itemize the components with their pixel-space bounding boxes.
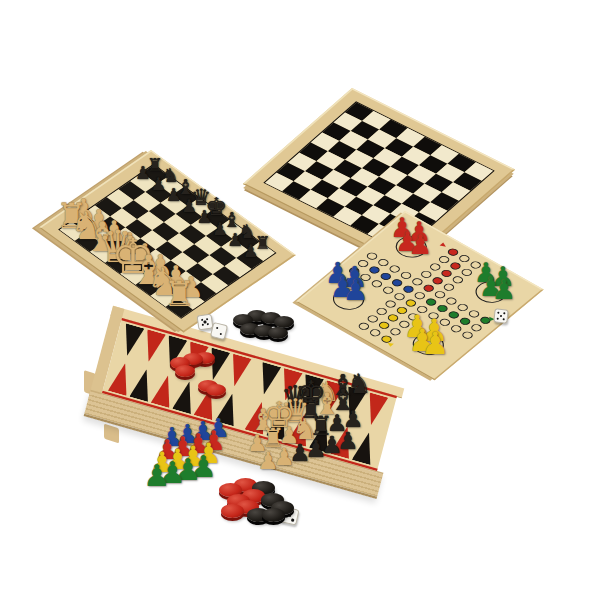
chess-piece-white-n: ♞ — [147, 263, 181, 301]
chess-piece-black-q: ♛ — [191, 186, 211, 208]
ludo-pawn-blue: ♟ — [330, 273, 356, 302]
die-pip — [499, 315, 501, 317]
loose-ludo-pawn-red: ♟ — [186, 430, 210, 457]
ludo-pawn-green: ♟ — [492, 276, 516, 303]
loose-chess-piece-black-rook: ♜ — [300, 397, 323, 422]
loose-chess-piece-natural-pawn: ♟ — [273, 446, 294, 470]
loose-ludo-pawn-green: ♟ — [144, 461, 171, 491]
loose-ludo-pawn-green: ♟ — [175, 455, 202, 485]
loose-chess-piece-black-bishop: ♝ — [330, 386, 356, 415]
ludo-pawn-green: ♟ — [474, 259, 498, 286]
die-pip — [289, 515, 292, 518]
loose-chess-piece-natural-knight: ♞ — [292, 415, 318, 444]
chess-piece-black-p: ♟ — [166, 187, 182, 205]
die-pip — [220, 333, 223, 336]
ludo-pawn-yellow: ♟ — [421, 328, 449, 359]
chess-piece-white-b: ♝ — [84, 217, 120, 257]
ludo-pawn-yellow: ♟ — [408, 325, 436, 356]
chess-piece-white-b: ♝ — [130, 250, 166, 290]
chess-piece-black-p: ♟ — [212, 221, 228, 239]
loose-chess-piece-black-rook: ♜ — [309, 413, 333, 439]
die-pip — [216, 326, 219, 329]
loose-ludo-pawn-blue: ♟ — [176, 421, 199, 447]
chess-piece-black-n: ♞ — [239, 222, 256, 241]
loose-chess-piece-natural-queen: ♛ — [280, 395, 309, 428]
loose-ludo-pawn-red: ♟ — [155, 436, 179, 463]
ludo-pawn-red: ♟ — [395, 228, 419, 255]
loose-chess-piece-natural-bishop: ♝ — [314, 390, 340, 419]
ludo-pawn-blue: ♟ — [343, 276, 369, 305]
chess-piece-white-p: ♟ — [117, 230, 143, 258]
chess-piece-white-p: ♟ — [101, 219, 127, 248]
loose-chess-piece-black-pawn: ♟ — [343, 408, 364, 431]
loose-chess-piece-black-knight: ♞ — [347, 370, 371, 397]
chess-piece-black-n: ♞ — [162, 166, 179, 185]
die-pip — [497, 312, 499, 314]
loose-chess-piece-black-pawn: ♟ — [327, 412, 348, 435]
chess-piece-white-k: ♚ — [111, 232, 155, 281]
red-checker — [175, 365, 195, 377]
pieces-layer: ♜♞♝♛♚♝♞♜♟♟♟♟♟♟♟♟♟♟♟♟♟♟♟♟♜♞♝♛♚♝♞♜♟♟♟♟♟♟♟♟… — [0, 0, 600, 600]
die-pip — [496, 317, 498, 319]
red-checker — [206, 384, 226, 396]
product-photo-scene: ♜♞♝♛♚♝♞♜♟♟♟♟♟♟♟♟♟♟♟♟♟♟♟♟♜♞♝♛♚♝♞♜♟♟♟♟♟♟♟♟… — [0, 0, 600, 600]
loose-ludo-pawn-blue: ♟ — [160, 424, 183, 450]
black-checker — [262, 508, 285, 522]
loose-ludo-pawn-green: ♟ — [190, 452, 217, 482]
loose-ludo-pawn-yellow: ♟ — [180, 443, 205, 471]
loose-chess-piece-black-pawn: ♟ — [305, 438, 326, 462]
chess-piece-black-p: ♟ — [227, 232, 243, 250]
loose-chess-piece-natural-pawn: ♟ — [257, 450, 278, 474]
die — [210, 322, 228, 340]
chess-piece-black-p: ♟ — [181, 198, 197, 216]
loose-ludo-pawn-yellow: ♟ — [165, 446, 190, 474]
ludo-pawn-green: ♟ — [479, 273, 503, 300]
ludo-pawn-yellow: ♟ — [403, 311, 431, 342]
chess-piece-white-p: ♟ — [163, 263, 189, 292]
loose-chess-piece-black-bishop: ♝ — [330, 372, 356, 401]
ludo-pawn-red: ♟ — [390, 214, 414, 241]
chess-piece-white-p: ♟ — [86, 208, 112, 237]
loose-chess-piece-natural-rook: ♜ — [261, 425, 285, 451]
ludo-pawn-blue: ♟ — [342, 263, 368, 292]
die-pip — [201, 324, 203, 326]
loose-chess-piece-natural-pawn: ♟ — [279, 424, 300, 447]
die-pip — [207, 323, 209, 325]
chess-piece-black-r: ♜ — [255, 235, 271, 253]
loose-ludo-pawn-yellow: ♟ — [196, 440, 221, 468]
chess-piece-white-r: ♜ — [56, 199, 87, 234]
chess-piece-black-p: ♟ — [197, 209, 213, 227]
chess-piece-black-p: ♟ — [150, 176, 166, 194]
chess-piece-black-p: ♟ — [243, 243, 259, 261]
red-checker — [221, 504, 244, 518]
chess-piece-black-b: ♝ — [177, 176, 195, 196]
loose-ludo-pawn-blue: ♟ — [191, 418, 214, 444]
ludo-pawn-green: ♟ — [491, 263, 515, 290]
chess-piece-white-p: ♟ — [178, 275, 204, 304]
loose-chess-piece-natural-king: ♚ — [263, 397, 295, 432]
loose-chess-piece-natural-pawn: ♟ — [247, 432, 268, 455]
die-pip — [291, 519, 294, 522]
die-pip — [204, 321, 206, 323]
die-pip — [206, 318, 208, 320]
ludo-pawn-red: ♟ — [407, 218, 431, 245]
chess-piece-white-p: ♟ — [71, 197, 97, 226]
chess-piece-black-p: ♟ — [135, 165, 151, 183]
loose-chess-piece-natural-knight: ♞ — [315, 378, 339, 405]
chess-piece-white-r: ♜ — [163, 277, 194, 312]
ludo-pawn-blue: ♟ — [325, 259, 351, 288]
loose-chess-piece-black-pawn: ♟ — [289, 442, 310, 466]
loose-ludo-pawn-red: ♟ — [170, 433, 194, 460]
chess-piece-white-p: ♟ — [132, 241, 158, 269]
chess-piece-white-n: ♞ — [70, 207, 104, 245]
die — [493, 308, 508, 323]
chess-piece-black-b: ♝ — [223, 210, 241, 230]
loose-ludo-pawn-blue: ♟ — [207, 415, 230, 441]
die-pip — [502, 312, 504, 314]
chess-piece-white-q: ♛ — [98, 224, 138, 269]
die-pip — [502, 318, 504, 320]
loose-chess-piece-black-king: ♚ — [296, 376, 327, 410]
chess-piece-black-r: ♜ — [147, 157, 163, 175]
loose-ludo-pawn-red: ♟ — [201, 427, 225, 454]
ludo-pawn-yellow: ♟ — [420, 315, 448, 346]
loose-ludo-pawn-green: ♟ — [159, 458, 186, 488]
loose-chess-piece-black-queen: ♛ — [281, 382, 309, 414]
loose-chess-piece-black-pawn: ♟ — [321, 434, 342, 458]
loose-ludo-pawn-yellow: ♟ — [149, 449, 174, 477]
chess-piece-black-k: ♚ — [205, 195, 227, 219]
loose-chess-piece-natural-bishop: ♝ — [250, 406, 276, 435]
die-pip — [201, 318, 203, 320]
chess-piece-white-p: ♟ — [148, 252, 174, 280]
black-checker — [268, 327, 288, 339]
loose-chess-piece-black-pawn: ♟ — [337, 430, 358, 454]
ludo-pawn-red: ♟ — [408, 231, 432, 258]
